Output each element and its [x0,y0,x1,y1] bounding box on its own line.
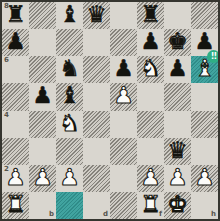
chess-board: 8♜♝♛♜♟♟♚♟6♞♟♞♟♝!!♟♝♟4♞♛2♟♟♟♟♟♟♜bdf♜♚h [0,0,220,221]
piece-white-pawn[interactable]: ♟ [167,166,188,189]
piece-white-king[interactable]: ♚ [167,193,188,216]
square-a5[interactable] [2,83,29,110]
square-d5[interactable] [83,83,110,110]
file-label-h: h [211,211,216,218]
square-h4[interactable] [191,111,218,138]
square-g7[interactable]: ♚ [164,29,191,56]
square-a2[interactable]: 2♟ [2,165,29,192]
square-a7[interactable]: ♟ [2,29,29,56]
piece-white-pawn[interactable]: ♟ [5,166,26,189]
board-grid: 8♜♝♛♜♟♟♚♟6♞♟♞♟♝!!♟♝♟4♞♛2♟♟♟♟♟♟♜bdf♜♚h [2,2,218,219]
rank-label-6: 6 [4,57,9,64]
rank-label-4: 4 [4,112,9,119]
square-g6[interactable]: ♟ [164,56,191,83]
piece-white-rook[interactable]: ♜ [5,193,26,216]
square-b5[interactable]: ♟ [29,83,56,110]
piece-white-pawn[interactable]: ♟ [140,166,161,189]
piece-black-pawn[interactable]: ♟ [5,30,26,53]
square-f3[interactable] [137,138,164,165]
square-g1[interactable]: ♚ [164,192,191,219]
square-b7[interactable] [29,29,56,56]
square-b6[interactable] [29,56,56,83]
square-b3[interactable] [29,138,56,165]
square-e7[interactable] [110,29,137,56]
square-e6[interactable]: ♟ [110,56,137,83]
square-b8[interactable] [29,2,56,29]
square-d1[interactable]: d [83,192,110,219]
piece-white-knight[interactable]: ♞ [140,57,161,80]
square-c8[interactable]: ♝ [56,2,83,29]
piece-white-rook[interactable]: ♜ [140,193,161,216]
square-a6[interactable]: 6 [2,56,29,83]
square-d2[interactable] [83,165,110,192]
square-b2[interactable]: ♟ [29,165,56,192]
piece-white-pawn[interactable]: ♟ [194,166,215,189]
square-f7[interactable]: ♟ [137,29,164,56]
square-e5[interactable]: ♟ [110,83,137,110]
square-c6[interactable]: ♞ [56,56,83,83]
piece-black-king[interactable]: ♚ [167,30,188,53]
square-f2[interactable]: ♟ [137,165,164,192]
square-d3[interactable] [83,138,110,165]
piece-white-pawn[interactable]: ♟ [59,166,80,189]
piece-black-queen[interactable]: ♛ [86,3,107,26]
square-h2[interactable]: ♟ [191,165,218,192]
square-d4[interactable] [83,111,110,138]
square-b4[interactable] [29,111,56,138]
square-d6[interactable] [83,56,110,83]
square-c3[interactable] [56,138,83,165]
piece-black-bishop[interactable]: ♝ [59,84,80,107]
square-h6[interactable]: ♝!! [191,56,218,83]
square-c2[interactable]: ♟ [56,165,83,192]
square-e4[interactable] [110,111,137,138]
piece-white-pawn[interactable]: ♟ [113,84,134,107]
square-h8[interactable] [191,2,218,29]
file-label-b: b [49,211,54,218]
piece-black-queen[interactable]: ♛ [167,139,188,162]
piece-white-pawn[interactable]: ♟ [32,166,53,189]
square-f4[interactable] [137,111,164,138]
square-d8[interactable]: ♛ [83,2,110,29]
piece-black-bishop[interactable]: ♝ [59,3,80,26]
square-h3[interactable] [191,138,218,165]
square-h1[interactable]: h [191,192,218,219]
square-d7[interactable] [83,29,110,56]
square-a4[interactable]: 4 [2,111,29,138]
square-b1[interactable]: b [29,192,56,219]
square-f1[interactable]: f♜ [137,192,164,219]
square-e2[interactable] [110,165,137,192]
square-a1[interactable]: ♜ [2,192,29,219]
square-f6[interactable]: ♞ [137,56,164,83]
piece-black-pawn[interactable]: ♟ [140,30,161,53]
square-g5[interactable] [164,83,191,110]
square-e3[interactable] [110,138,137,165]
square-g3[interactable]: ♛ [164,138,191,165]
piece-black-rook[interactable]: ♜ [5,3,26,26]
square-a8[interactable]: 8♜ [2,2,29,29]
square-f5[interactable] [137,83,164,110]
piece-black-pawn[interactable]: ♟ [113,57,134,80]
brilliant-move-badge: !! [207,50,220,63]
piece-black-pawn[interactable]: ♟ [32,84,53,107]
square-a3[interactable] [2,138,29,165]
square-e8[interactable] [110,2,137,29]
piece-black-rook[interactable]: ♜ [140,3,161,26]
piece-black-pawn[interactable]: ♟ [167,57,188,80]
square-c4[interactable]: ♞ [56,111,83,138]
square-e1[interactable] [110,192,137,219]
piece-black-knight[interactable]: ♞ [59,57,80,80]
square-g4[interactable] [164,111,191,138]
square-c7[interactable] [56,29,83,56]
square-g2[interactable]: ♟ [164,165,191,192]
square-f8[interactable]: ♜ [137,2,164,29]
piece-white-knight[interactable]: ♞ [59,112,80,135]
file-label-d: d [103,211,108,218]
square-c1[interactable] [56,192,83,219]
square-c5[interactable]: ♝ [56,83,83,110]
square-h5[interactable] [191,83,218,110]
square-g8[interactable] [164,2,191,29]
